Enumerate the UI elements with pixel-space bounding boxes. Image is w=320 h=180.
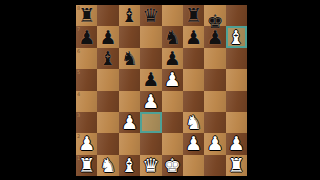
square-c1[interactable]: ♝ (119, 155, 140, 176)
square-d4[interactable]: ♟ (140, 91, 161, 112)
piece-black-bishop[interactable]: ♝ (119, 5, 140, 26)
rank-label-7: 7 (77, 26, 80, 32)
piece-black-bishop[interactable]: ♝ (97, 48, 118, 69)
piece-black-knight[interactable]: ♞ (162, 26, 183, 47)
square-f6[interactable] (183, 48, 204, 69)
square-d2[interactable] (140, 133, 161, 154)
square-e6[interactable]: ♟ (162, 48, 183, 69)
piece-white-bishop[interactable]: ♝ (119, 155, 140, 176)
piece-white-bishop[interactable]: ♝ (226, 26, 247, 47)
square-b4[interactable] (97, 91, 118, 112)
square-a1[interactable]: 1♜ (76, 155, 97, 176)
video-frame: 8♜♝♛♜♚7♟♟♞♟♟♝6♝♞♟5♟♟4♟3♟♞2♟♟♟♟1♜♞♝♛♚♜ (0, 0, 320, 180)
rank-label-3: 3 (77, 112, 80, 118)
square-g1[interactable] (204, 155, 225, 176)
square-e5[interactable]: ♟ (162, 69, 183, 90)
square-c7[interactable] (119, 26, 140, 47)
square-d1[interactable]: ♛ (140, 155, 161, 176)
square-h5[interactable] (226, 69, 247, 90)
square-f2[interactable]: ♟ (183, 133, 204, 154)
square-b3[interactable] (97, 112, 118, 133)
piece-black-knight[interactable]: ♞ (119, 48, 140, 69)
piece-white-knight[interactable]: ♞ (183, 112, 204, 133)
square-a5[interactable]: 5 (76, 69, 97, 90)
square-f5[interactable] (183, 69, 204, 90)
piece-white-knight[interactable]: ♞ (97, 155, 118, 176)
square-g6[interactable] (204, 48, 225, 69)
piece-white-king[interactable]: ♚ (162, 155, 183, 176)
rank-label-1: 1 (77, 155, 80, 161)
piece-white-pawn[interactable]: ♟ (204, 133, 225, 154)
square-f3[interactable]: ♞ (183, 112, 204, 133)
square-e7[interactable]: ♞ (162, 26, 183, 47)
square-h2[interactable]: ♟ (226, 133, 247, 154)
rank-label-4: 4 (77, 91, 80, 97)
square-f7[interactable]: ♟ (183, 26, 204, 47)
piece-black-pawn[interactable]: ♟ (204, 26, 225, 47)
piece-black-queen[interactable]: ♛ (140, 5, 161, 26)
square-c6[interactable]: ♞ (119, 48, 140, 69)
square-d7[interactable] (140, 26, 161, 47)
piece-white-pawn[interactable]: ♟ (183, 133, 204, 154)
square-d5[interactable]: ♟ (140, 69, 161, 90)
square-c8[interactable]: ♝ (119, 5, 140, 26)
square-e1[interactable]: ♚ (162, 155, 183, 176)
rank-label-8: 8 (77, 5, 80, 11)
piece-white-pawn[interactable]: ♟ (162, 69, 183, 90)
piece-white-queen[interactable]: ♛ (140, 155, 161, 176)
square-h7[interactable]: ♝ (226, 26, 247, 47)
square-b2[interactable] (97, 133, 118, 154)
piece-white-pawn[interactable]: ♟ (119, 112, 140, 133)
square-d6[interactable] (140, 48, 161, 69)
square-h4[interactable] (226, 91, 247, 112)
square-f8[interactable]: ♜ (183, 5, 204, 26)
rank-label-2: 2 (77, 133, 80, 139)
square-d8[interactable]: ♛ (140, 5, 161, 26)
piece-black-pawn[interactable]: ♟ (162, 48, 183, 69)
square-b1[interactable]: ♞ (97, 155, 118, 176)
square-c5[interactable] (119, 69, 140, 90)
piece-black-rook[interactable]: ♜ (183, 5, 204, 26)
rank-label-6: 6 (77, 48, 80, 54)
piece-white-rook[interactable]: ♜ (226, 155, 247, 176)
square-a2[interactable]: 2♟ (76, 133, 97, 154)
square-g4[interactable] (204, 91, 225, 112)
square-g7[interactable]: ♟ (204, 26, 225, 47)
square-h3[interactable] (226, 112, 247, 133)
square-h8[interactable] (226, 5, 247, 26)
square-g5[interactable] (204, 69, 225, 90)
square-a8[interactable]: 8♜ (76, 5, 97, 26)
square-g3[interactable] (204, 112, 225, 133)
square-e2[interactable] (162, 133, 183, 154)
chess-board[interactable]: 8♜♝♛♜♚7♟♟♞♟♟♝6♝♞♟5♟♟4♟3♟♞2♟♟♟♟1♜♞♝♛♚♜ (76, 5, 247, 176)
square-h6[interactable] (226, 48, 247, 69)
square-a3[interactable]: 3 (76, 112, 97, 133)
square-c2[interactable] (119, 133, 140, 154)
square-f1[interactable] (183, 155, 204, 176)
piece-black-pawn[interactable]: ♟ (140, 69, 161, 90)
piece-black-pawn[interactable]: ♟ (183, 26, 204, 47)
square-h1[interactable]: ♜ (226, 155, 247, 176)
piece-white-pawn[interactable]: ♟ (226, 133, 247, 154)
square-a4[interactable]: 4 (76, 91, 97, 112)
rank-label-5: 5 (77, 69, 80, 75)
square-d3[interactable] (140, 112, 161, 133)
square-c3[interactable]: ♟ (119, 112, 140, 133)
square-g2[interactable]: ♟ (204, 133, 225, 154)
piece-white-pawn[interactable]: ♟ (140, 91, 161, 112)
square-b8[interactable] (97, 5, 118, 26)
square-b6[interactable]: ♝ (97, 48, 118, 69)
square-e3[interactable] (162, 112, 183, 133)
piece-black-pawn[interactable]: ♟ (97, 26, 118, 47)
square-b5[interactable] (97, 69, 118, 90)
square-c4[interactable] (119, 91, 140, 112)
square-f4[interactable] (183, 91, 204, 112)
square-g8[interactable]: ♚ (204, 5, 225, 26)
square-e8[interactable] (162, 5, 183, 26)
square-e4[interactable] (162, 91, 183, 112)
square-a6[interactable]: 6 (76, 48, 97, 69)
square-b7[interactable]: ♟ (97, 26, 118, 47)
square-a7[interactable]: 7♟ (76, 26, 97, 47)
